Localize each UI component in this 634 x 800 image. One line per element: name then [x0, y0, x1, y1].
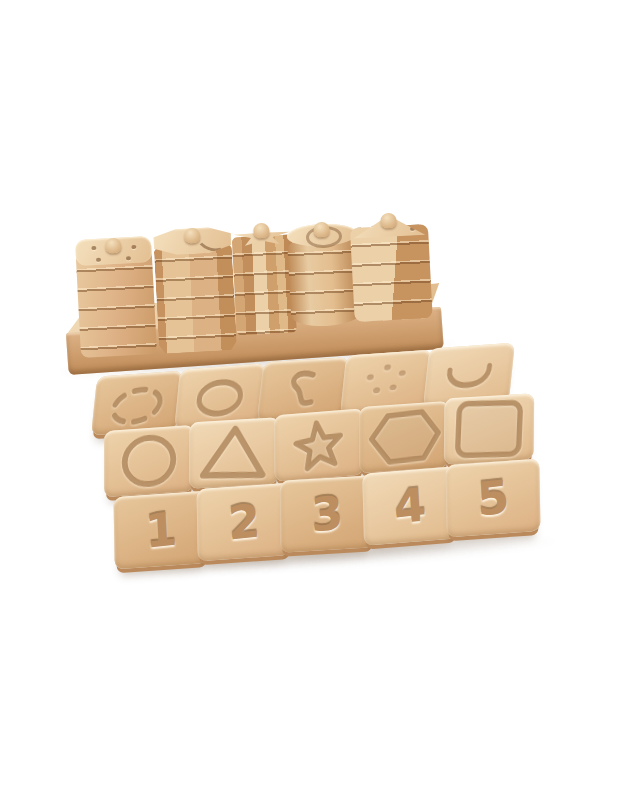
stack-peg: [313, 222, 330, 238]
stack-square: [75, 236, 157, 358]
tile-number-5: 5: [445, 459, 540, 538]
stack-side-octagon: [153, 239, 237, 354]
finger-hole: [96, 258, 101, 262]
finger-hole: [404, 219, 409, 223]
stack-peg: [105, 238, 122, 254]
stack-triangle: [349, 212, 432, 322]
stack-octagon: [153, 226, 237, 354]
tile-number-2: 2: [196, 483, 291, 562]
tile-number-4: 4: [362, 466, 458, 545]
tile-hexagon: [359, 401, 449, 473]
tile-circle: [104, 425, 194, 497]
finger-hole: [131, 245, 136, 249]
engraving-circle-icon: [104, 425, 194, 497]
stack-peg: [253, 223, 270, 239]
finger-hole: [126, 256, 131, 260]
stack-side-triangle: [350, 224, 433, 322]
tile-star: [274, 408, 364, 481]
engraving-star-icon: [274, 408, 364, 481]
stack-peg: [380, 213, 397, 229]
tile-number-1: 1: [113, 491, 208, 570]
engraving-rounded-square-icon: [444, 393, 534, 465]
stack-peg: [184, 228, 201, 244]
tile-number-3: 3: [280, 475, 374, 553]
finger-hole: [91, 246, 96, 250]
tile-triangle: [189, 417, 279, 489]
number-engraving: 5: [444, 457, 541, 539]
product-photo-wooden-stacking-toy: 12345: [0, 0, 634, 800]
tile-rounded-square: [444, 393, 534, 465]
engraving-hexagon-icon: [359, 401, 449, 473]
engraving-triangle-icon: [189, 417, 279, 489]
